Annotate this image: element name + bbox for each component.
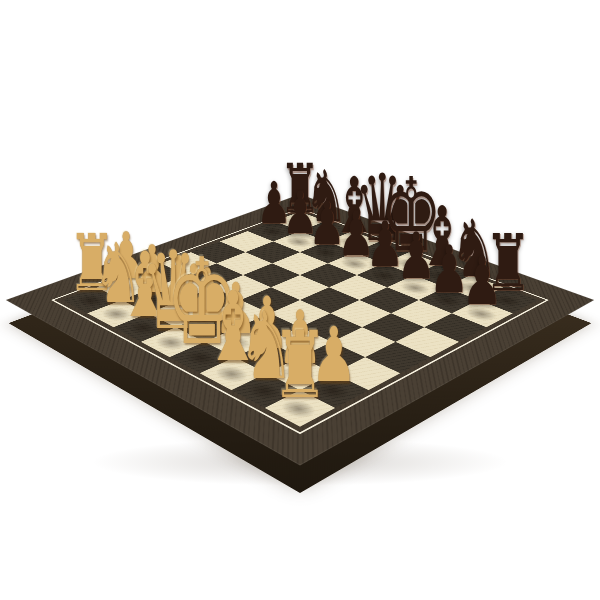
- chess-board: [6, 194, 594, 465]
- board-frame-pinstripe: [51, 208, 549, 434]
- product-photo: ♜♞♝♛♚♝♞♜♟♟♟♟♟♟♟♟♟♟♟♟♟♟♟♟♜♞♝♛♚♝♞♜: [0, 0, 600, 600]
